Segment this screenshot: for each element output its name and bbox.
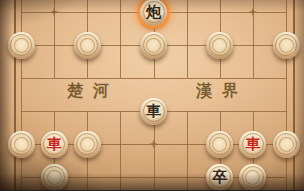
hidden-piece[interactable] — [8, 131, 35, 158]
hidden-piece[interactable] — [140, 32, 167, 59]
xiangqi-board: 楚河 漢界 炮車車車卒 — [0, 0, 304, 190]
grid-line — [21, 78, 287, 79]
black-cannon[interactable]: 炮 — [140, 0, 167, 26]
black-chariot[interactable]: 車 — [140, 98, 167, 125]
red-piece-character: 車 — [245, 137, 260, 152]
hidden-piece[interactable] — [239, 164, 266, 191]
hidden-piece[interactable] — [74, 131, 101, 158]
hidden-piece[interactable] — [273, 32, 300, 59]
grid-line — [21, 0, 22, 190]
black-piece-character: 炮 — [146, 5, 161, 20]
hidden-piece[interactable] — [8, 32, 35, 59]
grid-line — [187, 111, 188, 190]
black-piece-character: 卒 — [212, 170, 227, 185]
edge-vignette — [0, 0, 304, 190]
point-marker-star — [248, 8, 257, 17]
grid-line — [14, 0, 16, 190]
red-chariot[interactable]: 車 — [41, 131, 68, 158]
red-piece-character: 車 — [47, 137, 62, 152]
black-soldier[interactable]: 卒 — [206, 164, 233, 191]
hidden-piece[interactable] — [206, 131, 233, 158]
hidden-piece[interactable] — [74, 32, 101, 59]
grid-line — [293, 0, 295, 190]
hidden-piece[interactable] — [206, 32, 233, 59]
river-label-chu-he: 楚河 — [67, 83, 119, 99]
grid-line — [120, 111, 121, 190]
red-chariot[interactable]: 車 — [239, 131, 266, 158]
river-label-han-jie: 漢界 — [196, 83, 248, 99]
hidden-piece[interactable] — [273, 131, 300, 158]
point-marker-star — [149, 140, 158, 149]
point-marker-star — [50, 8, 59, 17]
black-piece-character: 車 — [146, 104, 161, 119]
grid-line — [286, 0, 287, 190]
hidden-piece[interactable] — [41, 164, 68, 191]
